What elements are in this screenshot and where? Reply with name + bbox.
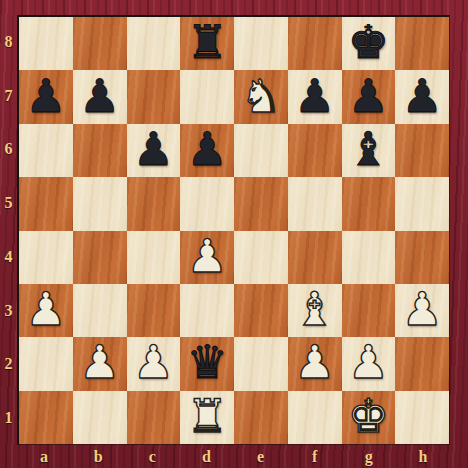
square-d6[interactable]: ♟ — [180, 124, 234, 177]
piece-white-rook: ♜ — [187, 393, 228, 442]
file-label-h: h — [396, 445, 450, 468]
square-e7[interactable]: ♞ — [234, 70, 288, 123]
square-g8[interactable]: ♚ — [342, 17, 396, 70]
piece-white-pawn: ♟ — [187, 233, 228, 282]
piece-black-king: ♚ — [348, 19, 389, 68]
rank-label-8: 8 — [0, 15, 17, 69]
square-g3[interactable] — [342, 284, 396, 337]
square-d1[interactable]: ♜ — [180, 391, 234, 444]
piece-black-pawn: ♟ — [25, 73, 66, 122]
piece-white-pawn: ♟ — [79, 339, 120, 388]
square-h6[interactable] — [395, 124, 449, 177]
square-e6[interactable] — [234, 124, 288, 177]
square-f7[interactable]: ♟ — [288, 70, 342, 123]
square-b3[interactable] — [73, 284, 127, 337]
square-b7[interactable]: ♟ — [73, 70, 127, 123]
square-a4[interactable] — [19, 231, 73, 284]
square-e5[interactable] — [234, 177, 288, 230]
piece-white-pawn: ♟ — [25, 286, 66, 335]
piece-black-pawn: ♟ — [402, 73, 443, 122]
square-a1[interactable] — [19, 391, 73, 444]
square-f1[interactable] — [288, 391, 342, 444]
square-b6[interactable] — [73, 124, 127, 177]
square-d2[interactable]: ♛ — [180, 337, 234, 390]
square-a6[interactable] — [19, 124, 73, 177]
file-label-f: f — [288, 445, 342, 468]
board-frame: ♜♚♟♟♞♟♟♟♟♟♝♟♟♝♟♟♟♛♟♟♜♚ 87654321 abcdefgh — [0, 0, 468, 468]
file-label-g: g — [342, 445, 396, 468]
square-g4[interactable] — [342, 231, 396, 284]
square-g2[interactable]: ♟ — [342, 337, 396, 390]
square-g5[interactable] — [342, 177, 396, 230]
square-c7[interactable] — [127, 70, 181, 123]
square-c2[interactable]: ♟ — [127, 337, 181, 390]
piece-black-rook: ♜ — [187, 19, 228, 68]
square-f3[interactable]: ♝ — [288, 284, 342, 337]
square-g1[interactable]: ♚ — [342, 391, 396, 444]
piece-white-bishop: ♝ — [294, 286, 335, 335]
piece-white-knight: ♞ — [240, 73, 281, 122]
rank-label-7: 7 — [0, 69, 17, 123]
file-label-d: d — [179, 445, 233, 468]
square-a3[interactable]: ♟ — [19, 284, 73, 337]
square-h7[interactable]: ♟ — [395, 70, 449, 123]
square-h8[interactable] — [395, 17, 449, 70]
square-a7[interactable]: ♟ — [19, 70, 73, 123]
rank-label-6: 6 — [0, 123, 17, 177]
piece-white-pawn: ♟ — [348, 339, 389, 388]
square-d4[interactable]: ♟ — [180, 231, 234, 284]
square-h2[interactable] — [395, 337, 449, 390]
file-label-e: e — [234, 445, 288, 468]
piece-black-pawn: ♟ — [294, 73, 335, 122]
square-c1[interactable] — [127, 391, 181, 444]
square-c6[interactable]: ♟ — [127, 124, 181, 177]
square-d8[interactable]: ♜ — [180, 17, 234, 70]
square-e2[interactable] — [234, 337, 288, 390]
square-f8[interactable] — [288, 17, 342, 70]
square-c3[interactable] — [127, 284, 181, 337]
square-b1[interactable] — [73, 391, 127, 444]
square-e3[interactable] — [234, 284, 288, 337]
square-b5[interactable] — [73, 177, 127, 230]
square-h3[interactable]: ♟ — [395, 284, 449, 337]
square-a2[interactable] — [19, 337, 73, 390]
file-label-c: c — [125, 445, 179, 468]
piece-white-pawn: ♟ — [133, 339, 174, 388]
square-f2[interactable]: ♟ — [288, 337, 342, 390]
piece-black-pawn: ♟ — [79, 73, 120, 122]
square-c5[interactable] — [127, 177, 181, 230]
square-c4[interactable] — [127, 231, 181, 284]
rank-label-4: 4 — [0, 230, 17, 284]
piece-white-pawn: ♟ — [402, 286, 443, 335]
square-b2[interactable]: ♟ — [73, 337, 127, 390]
square-d7[interactable] — [180, 70, 234, 123]
square-b8[interactable] — [73, 17, 127, 70]
square-f4[interactable] — [288, 231, 342, 284]
file-label-b: b — [71, 445, 125, 468]
square-f5[interactable] — [288, 177, 342, 230]
square-g7[interactable]: ♟ — [342, 70, 396, 123]
square-g6[interactable]: ♝ — [342, 124, 396, 177]
piece-black-pawn: ♟ — [187, 126, 228, 175]
piece-black-pawn: ♟ — [348, 73, 389, 122]
square-c8[interactable] — [127, 17, 181, 70]
square-h5[interactable] — [395, 177, 449, 230]
piece-black-queen: ♛ — [187, 339, 228, 388]
piece-white-pawn: ♟ — [294, 339, 335, 388]
rank-label-3: 3 — [0, 284, 17, 338]
square-e8[interactable] — [234, 17, 288, 70]
square-a8[interactable] — [19, 17, 73, 70]
rank-label-5: 5 — [0, 176, 17, 230]
piece-white-king: ♚ — [348, 393, 389, 442]
square-e1[interactable] — [234, 391, 288, 444]
piece-black-pawn: ♟ — [133, 126, 174, 175]
square-h4[interactable] — [395, 231, 449, 284]
square-h1[interactable] — [395, 391, 449, 444]
square-d3[interactable] — [180, 284, 234, 337]
square-e4[interactable] — [234, 231, 288, 284]
chess-board: ♜♚♟♟♞♟♟♟♟♟♝♟♟♝♟♟♟♛♟♟♜♚ — [17, 15, 450, 445]
square-a5[interactable] — [19, 177, 73, 230]
rank-label-2: 2 — [0, 338, 17, 392]
square-b4[interactable] — [73, 231, 127, 284]
square-f6[interactable] — [288, 124, 342, 177]
file-label-a: a — [17, 445, 71, 468]
rank-label-1: 1 — [0, 391, 17, 445]
square-d5[interactable] — [180, 177, 234, 230]
piece-black-bishop: ♝ — [348, 126, 389, 175]
